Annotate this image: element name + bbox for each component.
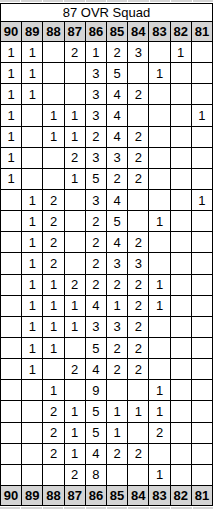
grid-cell-r2-c81 (192, 63, 212, 83)
table-row-16: 12422 (1, 359, 212, 379)
grid-cell-r5-c81 (192, 127, 212, 147)
grid-cell-r3-c89: 1 (22, 84, 42, 104)
grid-cell-r15-c85: 2 (107, 338, 127, 358)
grid-cell-r8-c88: 2 (43, 190, 63, 210)
grid-cell-r17-c84 (128, 380, 148, 400)
grid-cell-r17-c86: 9 (86, 380, 106, 400)
grid-cell-r4-c88: 1 (43, 105, 63, 125)
grid-cell-r6-c84: 2 (128, 148, 148, 168)
grid-cell-r2-c86: 3 (86, 63, 106, 83)
grid-cell-r14-c83 (149, 317, 169, 337)
grid-cell-r14-c84: 2 (128, 317, 148, 337)
grid-cell-r16-c81 (192, 359, 212, 379)
grid-cell-r19-c81 (192, 423, 212, 443)
grid-cell-r21-c85 (107, 465, 127, 485)
grid-cell-r12-c88: 1 (43, 275, 63, 295)
table-row-15: 11522 (1, 338, 212, 358)
grid-cell-r12-c84: 2 (128, 275, 148, 295)
grid-cell-r17-c87 (65, 380, 85, 400)
grid-cell-r20-c89 (22, 444, 42, 464)
grid-cell-r6-c83 (149, 148, 169, 168)
grid-cell-r2-c85: 5 (107, 63, 127, 83)
grid-cell-r14-c90 (1, 317, 21, 337)
grid-cell-r3-c81 (192, 84, 212, 104)
grid-cell-r4-c85: 4 (107, 105, 127, 125)
cropped-row-top (0, 0, 213, 2)
grid-cell-r2-c83: 1 (149, 63, 169, 83)
table-row-20: 21422 (1, 444, 212, 464)
rating-label-84: 84 (128, 486, 148, 505)
grid-cell-r11-c84: 3 (128, 253, 148, 273)
grid-cell-r8-c85: 4 (107, 190, 127, 210)
grid-cell-r10-c85: 4 (107, 232, 127, 252)
grid-cell-r17-c90 (1, 380, 21, 400)
grid-cell-r20-c83 (149, 444, 169, 464)
grid-cell-r1-c81 (192, 42, 212, 62)
grid-cell-r16-c87: 2 (65, 359, 85, 379)
table-title: 87 OVR Squad (1, 4, 212, 21)
grid-cell-r18-c84: 1 (128, 401, 148, 421)
grid-cell-r3-c84: 2 (128, 84, 148, 104)
rating-label-88: 88 (43, 22, 63, 41)
grid-cell-r10-c84: 2 (128, 232, 148, 252)
table-row-5: 111242 (1, 127, 212, 147)
grid-cell-r16-c82 (171, 359, 191, 379)
rating-label-86: 86 (86, 22, 106, 41)
grid-cell-r12-c83: 1 (149, 275, 169, 295)
table-row-2: 11351 (1, 63, 212, 83)
cropped-cell (64, 0, 84, 2)
grid-cell-r19-c88: 2 (43, 423, 63, 443)
grid-cell-r8-c89: 1 (22, 190, 42, 210)
grid-cell-r7-c90: 1 (1, 169, 21, 189)
grid-cell-r14-c85: 3 (107, 317, 127, 337)
grid-cell-r19-c84 (128, 423, 148, 443)
grid-cell-r18-c83: 1 (149, 401, 169, 421)
grid-cell-r11-c88: 2 (43, 253, 63, 273)
grid-cell-r20-c87: 1 (65, 444, 85, 464)
cropped-cell (86, 0, 106, 2)
grid-cell-r16-c85: 2 (107, 359, 127, 379)
grid-cell-r10-c82 (171, 232, 191, 252)
grid-cell-r9-c85: 5 (107, 211, 127, 231)
grid-cell-r19-c83: 2 (149, 423, 169, 443)
grid-cell-r21-c89 (22, 465, 42, 485)
grid-cell-r17-c83: 1 (149, 380, 169, 400)
rating-label-89: 89 (22, 22, 42, 41)
rating-label-84: 84 (128, 22, 148, 41)
grid-cell-r7-c83 (149, 169, 169, 189)
grid-cell-r4-c89 (22, 105, 42, 125)
grid-cell-r6-c90: 1 (1, 148, 21, 168)
grid-cell-r16-c83 (149, 359, 169, 379)
grid-cell-r19-c82 (171, 423, 191, 443)
grid-cell-r1-c83 (149, 42, 169, 62)
cropped-cell (107, 0, 127, 2)
grid-cell-r16-c89: 1 (22, 359, 42, 379)
grid-cell-r20-c86: 4 (86, 444, 106, 464)
grid-cell-r12-c85: 2 (107, 275, 127, 295)
grid-cell-r18-c88: 2 (43, 401, 63, 421)
rating-label-83: 83 (149, 22, 169, 41)
grid-cell-r19-c85: 1 (107, 423, 127, 443)
grid-cell-r16-c84: 2 (128, 359, 148, 379)
grid-cell-r2-c82 (171, 63, 191, 83)
grid-cell-r8-c87 (65, 190, 85, 210)
grid-cell-r12-c87: 2 (65, 275, 85, 295)
grid-cell-r7-c81 (192, 169, 212, 189)
grid-cell-r9-c82 (171, 211, 191, 231)
grid-cell-r1-c86: 1 (86, 42, 106, 62)
grid-cell-r4-c82 (171, 105, 191, 125)
grid-cell-r6-c87: 2 (65, 148, 85, 168)
grid-cell-r7-c84: 2 (128, 169, 148, 189)
rating-label-85: 85 (107, 486, 127, 505)
rating-label-90: 90 (1, 486, 21, 505)
grid-cell-r15-c90 (1, 338, 21, 358)
grid-cell-r3-c83 (149, 84, 169, 104)
grid-cell-r12-c89: 1 (22, 275, 42, 295)
cropped-cell (0, 0, 20, 2)
cropped-cell (21, 0, 41, 2)
grid-cell-r21-c90 (1, 465, 21, 485)
grid-cell-r15-c89: 1 (22, 338, 42, 358)
grid-cell-r2-c88 (43, 63, 63, 83)
grid-cell-r21-c84 (128, 465, 148, 485)
rating-label-81: 81 (192, 486, 212, 505)
grid-cell-r7-c85: 2 (107, 169, 127, 189)
grid-cell-r4-c86: 3 (86, 105, 106, 125)
rating-label-81: 81 (192, 22, 212, 41)
grid-cell-r20-c82 (171, 444, 191, 464)
grid-cell-r11-c83 (149, 253, 169, 273)
grid-cell-r14-c87: 1 (65, 317, 85, 337)
grid-cell-r9-c90 (1, 211, 21, 231)
grid-cell-r11-c87 (65, 253, 85, 273)
grid-cell-r2-c84 (128, 63, 148, 83)
grid-cell-r6-c89 (22, 148, 42, 168)
grid-cell-r10-c81 (192, 232, 212, 252)
grid-cell-r8-c90 (1, 190, 21, 210)
grid-cell-r17-c81 (192, 380, 212, 400)
grid-cell-r13-c84: 2 (128, 296, 148, 316)
grid-cell-r1-c82: 1 (171, 42, 191, 62)
grid-cell-r21-c82 (171, 465, 191, 485)
grid-cell-r4-c84 (128, 105, 148, 125)
table-row-19: 21512 (1, 423, 212, 443)
grid-cell-r21-c83: 1 (149, 465, 169, 485)
rating-label-89: 89 (22, 486, 42, 505)
grid-cell-r8-c86: 3 (86, 190, 106, 210)
grid-cell-r6-c85: 3 (107, 148, 127, 168)
grid-cell-r20-c81 (192, 444, 212, 464)
cropped-cell (128, 0, 148, 2)
grid-cell-r12-c86: 2 (86, 275, 106, 295)
grid-cell-r17-c82 (171, 380, 191, 400)
cropped-cell (171, 0, 191, 2)
grid-cell-r9-c89: 1 (22, 211, 42, 231)
rating-table: 87 OVR Squad 90898887868584838281 112123… (0, 3, 213, 506)
grid-cell-r6-c81 (192, 148, 212, 168)
grid-cell-r13-c88: 1 (43, 296, 63, 316)
grid-cell-r6-c88 (43, 148, 63, 168)
grid-cell-r16-c90 (1, 359, 21, 379)
table-row-11: 12233 (1, 253, 212, 273)
grid-cell-r15-c82 (171, 338, 191, 358)
cropped-cell (150, 0, 170, 2)
grid-cell-r5-c84: 2 (128, 127, 148, 147)
grid-cell-r18-c85: 1 (107, 401, 127, 421)
grid-cell-r3-c87 (65, 84, 85, 104)
grid-cell-r15-c88: 1 (43, 338, 63, 358)
grid-cell-r10-c87 (65, 232, 85, 252)
grid-cell-r18-c89 (22, 401, 42, 421)
table-row-17: 191 (1, 380, 212, 400)
grid-cell-r13-c90 (1, 296, 21, 316)
cropped-cell (193, 0, 213, 2)
grid-cell-r1-c89: 1 (22, 42, 42, 62)
grid-cell-r16-c86: 4 (86, 359, 106, 379)
table-row-21: 281 (1, 465, 212, 485)
grid-cell-r7-c88 (43, 169, 63, 189)
grid-cell-r21-c88 (43, 465, 63, 485)
grid-cell-r4-c81: 1 (192, 105, 212, 125)
grid-cell-r1-c88 (43, 42, 63, 62)
grid-cell-r18-c90 (1, 401, 21, 421)
grid-cell-r8-c83 (149, 190, 169, 210)
grid-cell-r15-c83 (149, 338, 169, 358)
grid-cell-r15-c84: 2 (128, 338, 148, 358)
grid-cell-r13-c85: 1 (107, 296, 127, 316)
grid-cell-r10-c90 (1, 232, 21, 252)
grid-cell-r1-c84: 3 (128, 42, 148, 62)
grid-cell-r14-c89: 1 (22, 317, 42, 337)
grid-cell-r21-c81 (192, 465, 212, 485)
grid-cell-r10-c83 (149, 232, 169, 252)
table-row-18: 215111 (1, 401, 212, 421)
grid-cell-r15-c86: 5 (86, 338, 106, 358)
grid-cell-r3-c85: 4 (107, 84, 127, 104)
grid-cell-r8-c81: 1 (192, 190, 212, 210)
rating-label-82: 82 (171, 486, 191, 505)
table-row-10: 12242 (1, 232, 212, 252)
grid-cell-r7-c87: 1 (65, 169, 85, 189)
table-row-4: 111341 (1, 105, 212, 125)
table-row-14: 111332 (1, 317, 212, 337)
grid-cell-r17-c85 (107, 380, 127, 400)
grid-cell-r5-c83 (149, 127, 169, 147)
grid-cell-r2-c89: 1 (22, 63, 42, 83)
grid-cell-r14-c86: 3 (86, 317, 106, 337)
table-row-3: 11342 (1, 84, 212, 104)
grid-cell-r5-c89 (22, 127, 42, 147)
grid-cell-r19-c89 (22, 423, 42, 443)
grid-cell-r17-c88: 1 (43, 380, 63, 400)
table-row-12: 1122221 (1, 275, 212, 295)
grid-cell-r2-c87 (65, 63, 85, 83)
grid-cell-r4-c90: 1 (1, 105, 21, 125)
rating-label-88: 88 (43, 486, 63, 505)
grid-cell-r15-c81 (192, 338, 212, 358)
grid-cell-r7-c82 (171, 169, 191, 189)
grid-cell-r3-c86: 3 (86, 84, 106, 104)
grid-cell-r7-c86: 5 (86, 169, 106, 189)
grid-cell-r1-c87: 2 (65, 42, 85, 62)
grid-cell-r20-c90 (1, 444, 21, 464)
grid-cell-r20-c88: 2 (43, 444, 63, 464)
grid-cell-r4-c83 (149, 105, 169, 125)
rating-label-90: 90 (1, 22, 21, 41)
grid-cell-r5-c88: 1 (43, 127, 63, 147)
grid-cell-r18-c82 (171, 401, 191, 421)
grid-cell-r21-c87: 2 (65, 465, 85, 485)
grid-cell-r20-c84: 2 (128, 444, 148, 464)
table-row-1: 1121231 (1, 42, 212, 62)
table-row-13: 1114121 (1, 296, 212, 316)
table-row-6: 12332 (1, 148, 212, 168)
grid-cell-r19-c90 (1, 423, 21, 443)
grid-cell-r11-c82 (171, 253, 191, 273)
grid-cell-r9-c81 (192, 211, 212, 231)
grid-cell-r5-c86: 2 (86, 127, 106, 147)
grid-cell-r4-c87: 1 (65, 105, 85, 125)
rating-header-row: 90898887868584838281 (1, 22, 212, 41)
grid-cell-r3-c88 (43, 84, 63, 104)
grid-cell-r19-c87: 1 (65, 423, 85, 443)
grid-cell-r6-c82 (171, 148, 191, 168)
squad-combinations-table: 87 OVR Squad 90898887868584838281 112123… (0, 0, 213, 509)
grid-cell-r1-c90: 1 (1, 42, 21, 62)
grid-cell-r21-c86: 8 (86, 465, 106, 485)
rating-label-87: 87 (65, 22, 85, 41)
grid-cell-r1-c85: 2 (107, 42, 127, 62)
grid-cell-r5-c85: 4 (107, 127, 127, 147)
grid-cell-r10-c86: 2 (86, 232, 106, 252)
grid-cell-r19-c86: 5 (86, 423, 106, 443)
grid-cell-r13-c83: 1 (149, 296, 169, 316)
grid-cell-r9-c86: 2 (86, 211, 106, 231)
grid-cell-r11-c85: 3 (107, 253, 127, 273)
grid-cell-r9-c88: 2 (43, 211, 63, 231)
grid-cell-r17-c89 (22, 380, 42, 400)
grid-cell-r12-c90 (1, 275, 21, 295)
grid-cell-r11-c90 (1, 253, 21, 273)
rating-label-87: 87 (65, 486, 85, 505)
grid-cell-r9-c83: 1 (149, 211, 169, 231)
grid-cell-r13-c87: 1 (65, 296, 85, 316)
rating-label-86: 86 (86, 486, 106, 505)
grid-cell-r12-c81 (192, 275, 212, 295)
grid-cell-r5-c87: 1 (65, 127, 85, 147)
grid-cell-r2-c90: 1 (1, 63, 21, 83)
grid-cell-r6-c86: 3 (86, 148, 106, 168)
grid-cell-r16-c88 (43, 359, 63, 379)
grid-cell-r3-c82 (171, 84, 191, 104)
table-row-8: 12341 (1, 190, 212, 210)
grid-cell-r12-c82 (171, 275, 191, 295)
grid-cell-r8-c82 (171, 190, 191, 210)
rating-label-82: 82 (171, 22, 191, 41)
grid-cell-r11-c89: 1 (22, 253, 42, 273)
grid-cell-r9-c84 (128, 211, 148, 231)
grid-cell-r18-c86: 5 (86, 401, 106, 421)
grid-cell-r13-c82 (171, 296, 191, 316)
grid-body: 1121231113511134211134111124212332115221… (1, 42, 212, 485)
grid-cell-r13-c89: 1 (22, 296, 42, 316)
grid-cell-r11-c86: 2 (86, 253, 106, 273)
rating-footer-row: 90898887868584838281 (1, 486, 212, 505)
grid-cell-r14-c82 (171, 317, 191, 337)
grid-cell-r3-c90: 1 (1, 84, 21, 104)
cropped-cell (43, 0, 63, 2)
grid-cell-r13-c86: 4 (86, 296, 106, 316)
grid-cell-r15-c87 (65, 338, 85, 358)
grid-cell-r5-c90: 1 (1, 127, 21, 147)
rating-label-85: 85 (107, 22, 127, 41)
grid-cell-r10-c88: 2 (43, 232, 63, 252)
grid-cell-r8-c84 (128, 190, 148, 210)
grid-cell-r5-c82 (171, 127, 191, 147)
grid-cell-r14-c88: 1 (43, 317, 63, 337)
grid-cell-r7-c89 (22, 169, 42, 189)
grid-cell-r11-c81 (192, 253, 212, 273)
table-row-7: 11522 (1, 169, 212, 189)
grid-cell-r18-c81 (192, 401, 212, 421)
grid-cell-r10-c89: 1 (22, 232, 42, 252)
grid-cell-r13-c81 (192, 296, 212, 316)
table-row-9: 12251 (1, 211, 212, 231)
grid-cell-r9-c87 (65, 211, 85, 231)
grid-cell-r20-c85: 2 (107, 444, 127, 464)
grid-cell-r18-c87: 1 (65, 401, 85, 421)
rating-label-83: 83 (149, 486, 169, 505)
grid-cell-r14-c81 (192, 317, 212, 337)
